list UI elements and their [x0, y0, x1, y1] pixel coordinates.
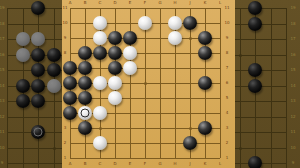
- main-board-window[interactable]: AABBCCDDEEFFGGHHJJKKLL111110109988776655…: [62, 0, 235, 168]
- column-coordinate-label: E: [129, 162, 132, 166]
- grid-line-vertical: [7, 8, 8, 168]
- column-coordinate-label: B: [84, 162, 87, 166]
- grid-line-horizontal: [70, 158, 220, 159]
- hoshi-point: [239, 147, 242, 150]
- row-coordinate-label: 10: [0, 146, 5, 150]
- row-coordinate-label: 18: [290, 22, 295, 26]
- row-coordinate-label: 11: [0, 130, 5, 134]
- column-coordinate-label: F: [144, 162, 146, 166]
- white-stone[interactable]: [93, 136, 107, 150]
- black-stone[interactable]: [93, 46, 107, 60]
- black-stone[interactable]: [78, 46, 92, 60]
- column-coordinate-label: A: [69, 162, 72, 166]
- row-coordinate-label: 11: [224, 6, 229, 10]
- column-coordinate-label: K: [204, 162, 207, 166]
- black-stone: [31, 63, 45, 77]
- black-stone: [248, 156, 262, 168]
- row-coordinate-label: 9: [64, 36, 67, 40]
- row-coordinate-label: 3: [226, 126, 229, 130]
- row-coordinate-label: 8: [226, 51, 229, 55]
- black-stone: [16, 79, 30, 93]
- row-coordinate-label: 13: [0, 99, 5, 103]
- grid-line-vertical: [160, 8, 161, 158]
- black-stone[interactable]: [78, 76, 92, 90]
- black-stone[interactable]: [183, 16, 197, 30]
- row-coordinate-label: 10: [62, 21, 67, 25]
- white-stone: [16, 48, 30, 62]
- white-stone[interactable]: [93, 106, 107, 120]
- column-coordinate-label: J: [189, 1, 190, 5]
- black-stone[interactable]: [108, 31, 122, 45]
- black-stone: [248, 1, 262, 15]
- black-stone[interactable]: [198, 46, 212, 60]
- row-coordinate-label: 10: [224, 21, 229, 25]
- column-coordinate-label: C: [99, 162, 102, 166]
- white-stone[interactable]: [108, 76, 122, 90]
- black-stone[interactable]: [108, 61, 122, 75]
- column-coordinate-label: H: [173, 162, 176, 166]
- grid-line-horizontal: [70, 98, 220, 99]
- black-stone[interactable]: [63, 76, 77, 90]
- black-stone[interactable]: [63, 91, 77, 105]
- row-coordinate-label: 9: [1, 161, 4, 165]
- row-coordinate-label: 14: [290, 84, 295, 88]
- black-stone: [31, 1, 45, 15]
- black-stone[interactable]: [78, 91, 92, 105]
- grid-line-vertical: [240, 8, 241, 168]
- black-stone: [248, 63, 262, 77]
- black-stone[interactable]: [198, 76, 212, 90]
- black-stone[interactable]: [63, 61, 77, 75]
- hoshi-point: [189, 37, 192, 40]
- column-coordinate-label: D: [113, 162, 116, 166]
- black-stone-marked: [31, 125, 45, 139]
- row-coordinate-label: 15: [0, 68, 5, 72]
- hoshi-point: [53, 147, 56, 150]
- row-coordinate-label: 11: [290, 130, 295, 134]
- row-coordinate-label: 17: [290, 37, 295, 41]
- row-coordinate-label: 9: [226, 36, 229, 40]
- column-coordinate-label: K: [204, 1, 207, 5]
- row-coordinate-label: 12: [290, 115, 295, 119]
- black-stone[interactable]: [78, 121, 92, 135]
- white-stone[interactable]: [123, 46, 137, 60]
- row-coordinate-label: 12: [0, 115, 5, 119]
- black-stone: [47, 48, 61, 62]
- row-coordinate-label: 19: [0, 6, 5, 10]
- row-coordinate-label: 18: [0, 22, 5, 26]
- white-stone[interactable]: [123, 61, 137, 75]
- white-stone-marked[interactable]: [78, 106, 92, 120]
- row-coordinate-label: 16: [0, 53, 5, 57]
- black-stone: [248, 79, 262, 93]
- white-stone[interactable]: [93, 16, 107, 30]
- black-stone[interactable]: [63, 106, 77, 120]
- row-coordinate-label: 5: [226, 96, 229, 100]
- column-coordinate-label: B: [84, 1, 87, 5]
- white-stone[interactable]: [168, 16, 182, 30]
- hoshi-point: [144, 82, 147, 85]
- grid-line-vertical: [220, 8, 221, 158]
- row-coordinate-label: 2: [226, 141, 229, 145]
- grid-line-vertical: [271, 8, 272, 168]
- row-coordinate-label: 11: [62, 6, 67, 10]
- column-coordinate-label: G: [158, 162, 161, 166]
- row-coordinate-label: 10: [290, 146, 295, 150]
- white-stone[interactable]: [138, 16, 152, 30]
- row-coordinate-label: 13: [290, 99, 295, 103]
- row-coordinate-label: 15: [290, 68, 295, 72]
- grid-line-vertical: [286, 8, 287, 168]
- black-stone: [31, 79, 45, 93]
- row-coordinate-label: 1: [226, 156, 229, 160]
- row-coordinate-label: 6: [226, 81, 229, 85]
- column-coordinate-label: J: [189, 162, 190, 166]
- black-stone: [16, 94, 30, 108]
- black-stone[interactable]: [78, 61, 92, 75]
- white-stone: [16, 32, 30, 46]
- go-app-screen: 1919181817171616151514141313121211111010…: [0, 0, 300, 168]
- white-stone: [31, 32, 45, 46]
- row-coordinate-label: 1: [64, 156, 67, 160]
- column-coordinate-label: D: [113, 1, 116, 5]
- row-coordinate-label: 8: [64, 51, 67, 55]
- black-stone: [31, 48, 45, 62]
- white-stone[interactable]: [108, 91, 122, 105]
- row-coordinate-label: 3: [64, 126, 67, 130]
- row-coordinate-label: 7: [226, 66, 229, 70]
- black-stone[interactable]: [198, 121, 212, 135]
- black-stone: [47, 63, 61, 77]
- row-coordinate-label: 14: [0, 84, 5, 88]
- hoshi-point: [239, 54, 242, 57]
- column-coordinate-label: E: [129, 1, 132, 5]
- column-coordinate-label: H: [173, 1, 176, 5]
- row-coordinate-label: 4: [226, 111, 229, 115]
- hoshi-point: [189, 127, 192, 130]
- row-coordinate-label: 9: [292, 161, 295, 165]
- white-stone[interactable]: [93, 76, 107, 90]
- column-coordinate-label: L: [219, 162, 221, 166]
- black-stone[interactable]: [108, 46, 122, 60]
- column-coordinate-label: F: [144, 1, 146, 5]
- black-stone[interactable]: [123, 31, 137, 45]
- white-stone: [47, 79, 61, 93]
- column-coordinate-label: G: [158, 1, 161, 5]
- row-coordinate-label: 17: [0, 37, 5, 41]
- white-stone[interactable]: [93, 31, 107, 45]
- black-stone[interactable]: [183, 136, 197, 150]
- column-coordinate-label: L: [219, 1, 221, 5]
- hoshi-point: [99, 127, 102, 130]
- row-coordinate-label: 2: [64, 141, 67, 145]
- black-stone: [31, 94, 45, 108]
- white-stone[interactable]: [168, 31, 182, 45]
- black-stone[interactable]: [198, 31, 212, 45]
- column-coordinate-label: C: [99, 1, 102, 5]
- row-coordinate-label: 16: [290, 53, 295, 57]
- column-coordinate-label: A: [69, 1, 72, 5]
- row-coordinate-label: 19: [290, 6, 295, 10]
- black-stone: [248, 17, 262, 31]
